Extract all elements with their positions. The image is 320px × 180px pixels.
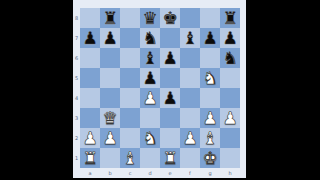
white-pawn-h3: ♟ bbox=[222, 108, 237, 128]
square-d2[interactable]: ♞ bbox=[140, 128, 160, 148]
square-h1[interactable] bbox=[220, 148, 240, 168]
black-bishop-f7: ♝ bbox=[182, 28, 197, 48]
black-pawn-e6: ♟ bbox=[162, 48, 177, 68]
black-pawn-h7: ♟ bbox=[222, 28, 237, 48]
square-a8[interactable] bbox=[80, 8, 100, 28]
rank-label-1: 1 bbox=[73, 148, 80, 168]
black-pawn-e4: ♟ bbox=[162, 88, 177, 108]
rank-label-7: 7 bbox=[73, 28, 80, 48]
square-b2[interactable]: ♟ bbox=[100, 128, 120, 148]
square-a7[interactable]: ♟ bbox=[80, 28, 100, 48]
square-d5[interactable]: ♟ bbox=[140, 68, 160, 88]
square-e1[interactable]: ♜ bbox=[160, 148, 180, 168]
square-g6[interactable] bbox=[200, 48, 220, 68]
square-b8[interactable]: ♜ bbox=[100, 8, 120, 28]
square-c5[interactable] bbox=[120, 68, 140, 88]
file-label-f: f bbox=[180, 168, 200, 177]
square-e6[interactable]: ♟ bbox=[160, 48, 180, 68]
square-b7[interactable]: ♟ bbox=[100, 28, 120, 48]
black-queen-d8: ♛ bbox=[142, 8, 157, 28]
square-e5[interactable] bbox=[160, 68, 180, 88]
square-h6[interactable]: ♞ bbox=[220, 48, 240, 68]
square-c1[interactable]: ♝ bbox=[120, 148, 140, 168]
square-g8[interactable] bbox=[200, 8, 220, 28]
square-f4[interactable] bbox=[180, 88, 200, 108]
rank-label-2: 2 bbox=[73, 128, 80, 148]
square-c2[interactable] bbox=[120, 128, 140, 148]
square-e2[interactable] bbox=[160, 128, 180, 148]
black-rook-h8: ♜ bbox=[222, 8, 237, 28]
square-g7[interactable]: ♟ bbox=[200, 28, 220, 48]
white-knight-d2: ♞ bbox=[142, 128, 157, 148]
black-knight-d7: ♞ bbox=[142, 28, 157, 48]
file-label-h: h bbox=[220, 168, 240, 177]
file-label-a: a bbox=[80, 168, 100, 177]
square-c3[interactable] bbox=[120, 108, 140, 128]
square-d8[interactable]: ♛ bbox=[140, 8, 160, 28]
rank-label-5: 5 bbox=[73, 68, 80, 88]
white-king-g1: ♚ bbox=[202, 148, 217, 168]
square-e7[interactable] bbox=[160, 28, 180, 48]
square-d4[interactable]: ♟ bbox=[140, 88, 160, 108]
square-a4[interactable] bbox=[80, 88, 100, 108]
white-pawn-d4: ♟ bbox=[142, 88, 157, 108]
square-d3[interactable] bbox=[140, 108, 160, 128]
white-pawn-f2: ♟ bbox=[182, 128, 197, 148]
board-grid: ♜♛♚♜♟♟♞♝♟♟♝♟♞♟♞♟♟♛♟♟♟♟♞♟♝♜♝♜♚ bbox=[80, 8, 240, 168]
square-f7[interactable]: ♝ bbox=[180, 28, 200, 48]
square-g2[interactable]: ♝ bbox=[200, 128, 220, 148]
square-h3[interactable]: ♟ bbox=[220, 108, 240, 128]
rank-label-4: 4 bbox=[73, 88, 80, 108]
chess-board: ♜♛♚♜♟♟♞♝♟♟♝♟♞♟♞♟♟♛♟♟♟♟♞♟♝♜♝♜♚ 87654321 a… bbox=[73, 0, 246, 178]
white-pawn-b2: ♟ bbox=[102, 128, 117, 148]
black-pawn-b7: ♟ bbox=[102, 28, 117, 48]
square-f5[interactable] bbox=[180, 68, 200, 88]
square-h8[interactable]: ♜ bbox=[220, 8, 240, 28]
white-bishop-c1: ♝ bbox=[122, 148, 137, 168]
square-a6[interactable] bbox=[80, 48, 100, 68]
square-c6[interactable] bbox=[120, 48, 140, 68]
square-h2[interactable] bbox=[220, 128, 240, 148]
white-pawn-g3: ♟ bbox=[202, 108, 217, 128]
square-a2[interactable]: ♟ bbox=[80, 128, 100, 148]
black-pawn-g7: ♟ bbox=[202, 28, 217, 48]
square-g1[interactable]: ♚ bbox=[200, 148, 220, 168]
black-pawn-d5: ♟ bbox=[142, 68, 157, 88]
rank-label-8: 8 bbox=[73, 8, 80, 28]
black-knight-h6: ♞ bbox=[222, 48, 237, 68]
black-king-e8: ♚ bbox=[162, 8, 177, 28]
square-g3[interactable]: ♟ bbox=[200, 108, 220, 128]
rank-label-6: 6 bbox=[73, 48, 80, 68]
file-label-c: c bbox=[120, 168, 140, 177]
white-rook-e1: ♜ bbox=[162, 148, 177, 168]
square-g4[interactable] bbox=[200, 88, 220, 108]
white-rook-a1: ♜ bbox=[82, 148, 97, 168]
white-pawn-a2: ♟ bbox=[82, 128, 97, 148]
square-f3[interactable] bbox=[180, 108, 200, 128]
square-d7[interactable]: ♞ bbox=[140, 28, 160, 48]
file-label-d: d bbox=[140, 168, 160, 177]
square-b1[interactable] bbox=[100, 148, 120, 168]
square-a3[interactable] bbox=[80, 108, 100, 128]
black-bishop-d6: ♝ bbox=[142, 48, 157, 68]
square-a1[interactable]: ♜ bbox=[80, 148, 100, 168]
square-b6[interactable] bbox=[100, 48, 120, 68]
square-b5[interactable] bbox=[100, 68, 120, 88]
square-d6[interactable]: ♝ bbox=[140, 48, 160, 68]
file-label-e: e bbox=[160, 168, 180, 177]
black-rook-b8: ♜ bbox=[102, 8, 117, 28]
square-d1[interactable] bbox=[140, 148, 160, 168]
file-label-b: b bbox=[100, 168, 120, 177]
square-e3[interactable] bbox=[160, 108, 180, 128]
square-b3[interactable]: ♛ bbox=[100, 108, 120, 128]
square-e8[interactable]: ♚ bbox=[160, 8, 180, 28]
square-h7[interactable]: ♟ bbox=[220, 28, 240, 48]
square-a5[interactable] bbox=[80, 68, 100, 88]
square-f8[interactable] bbox=[180, 8, 200, 28]
black-pawn-a7: ♟ bbox=[82, 28, 97, 48]
square-c8[interactable] bbox=[120, 8, 140, 28]
screenshot-stage: ♜♛♚♜♟♟♞♝♟♟♝♟♞♟♞♟♟♛♟♟♟♟♞♟♝♜♝♜♚ 87654321 a… bbox=[0, 0, 320, 180]
file-label-g: g bbox=[200, 168, 220, 177]
square-h5[interactable] bbox=[220, 68, 240, 88]
square-c7[interactable] bbox=[120, 28, 140, 48]
square-h4[interactable] bbox=[220, 88, 240, 108]
square-b4[interactable] bbox=[100, 88, 120, 108]
white-queen-b3: ♛ bbox=[102, 108, 117, 128]
white-bishop-g2: ♝ bbox=[202, 128, 217, 148]
rank-label-3: 3 bbox=[73, 108, 80, 128]
square-f6[interactable] bbox=[180, 48, 200, 68]
square-c4[interactable] bbox=[120, 88, 140, 108]
square-g5[interactable]: ♞ bbox=[200, 68, 220, 88]
square-f1[interactable] bbox=[180, 148, 200, 168]
white-knight-g5: ♞ bbox=[202, 68, 217, 88]
square-e4[interactable]: ♟ bbox=[160, 88, 180, 108]
square-f2[interactable]: ♟ bbox=[180, 128, 200, 148]
